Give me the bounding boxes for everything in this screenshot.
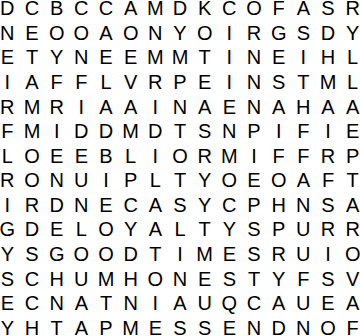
grid-cell[interactable]: M <box>118 315 143 336</box>
grid-cell[interactable]: M <box>168 45 193 70</box>
grid-cell[interactable]: U <box>291 242 316 267</box>
grid-cell[interactable]: C <box>217 193 242 218</box>
grid-cell[interactable]: A <box>20 70 45 95</box>
grid-cell[interactable]: E <box>143 315 168 336</box>
grid-cell[interactable]: H <box>20 315 45 336</box>
grid-cell[interactable]: O <box>44 21 69 46</box>
grid-cell[interactable]: L <box>118 143 143 168</box>
grid-cell[interactable]: O <box>20 143 45 168</box>
grid-cell[interactable]: E <box>340 119 360 144</box>
grid-cell[interactable]: F <box>291 143 316 168</box>
grid-cell[interactable]: I <box>143 291 168 316</box>
grid-cell[interactable]: P <box>340 143 360 168</box>
grid-cell[interactable]: G <box>0 217 20 242</box>
grid-cell[interactable]: A <box>94 94 119 119</box>
grid-cell[interactable]: T <box>94 291 119 316</box>
grid-cell[interactable]: N <box>291 193 316 218</box>
grid-cell[interactable]: O <box>94 242 119 267</box>
grid-cell[interactable]: N <box>118 291 143 316</box>
grid-cell[interactable]: N <box>44 291 69 316</box>
grid-cell[interactable]: E <box>266 45 291 70</box>
grid-cell[interactable]: E <box>0 45 20 70</box>
grid-cell[interactable]: O <box>316 315 341 336</box>
grid-cell[interactable]: P <box>242 119 267 144</box>
grid-cell[interactable]: S <box>242 217 267 242</box>
grid-cell[interactable]: A <box>291 0 316 21</box>
grid-cell[interactable]: N <box>69 45 94 70</box>
grid-cell[interactable]: O <box>118 21 143 46</box>
grid-cell[interactable]: Y <box>217 217 242 242</box>
grid-cell[interactable]: A <box>340 193 360 218</box>
grid-cell[interactable]: H <box>316 45 341 70</box>
grid-cell[interactable]: I <box>266 119 291 144</box>
grid-cell[interactable]: A <box>316 94 341 119</box>
grid-cell[interactable]: T <box>143 242 168 267</box>
grid-cell[interactable]: I <box>242 143 267 168</box>
grid-cell[interactable]: R <box>0 94 20 119</box>
grid-cell[interactable]: E <box>192 70 217 95</box>
grid-cell[interactable]: L <box>168 217 193 242</box>
grid-cell[interactable]: O <box>242 0 267 21</box>
grid-cell[interactable]: N <box>242 70 267 95</box>
grid-cell[interactable]: V <box>340 266 360 291</box>
grid-cell[interactable]: L <box>0 143 20 168</box>
grid-cell[interactable]: I <box>0 193 20 218</box>
grid-cell[interactable]: M <box>20 94 45 119</box>
grid-cell[interactable]: Y <box>266 266 291 291</box>
grid-cell[interactable]: P <box>118 168 143 193</box>
grid-cell[interactable]: D <box>118 242 143 267</box>
grid-cell[interactable]: C <box>69 0 94 21</box>
grid-cell[interactable]: M <box>143 45 168 70</box>
grid-cell[interactable]: I <box>291 45 316 70</box>
grid-cell[interactable]: Y <box>168 21 193 46</box>
grid-cell[interactable]: L <box>143 168 168 193</box>
grid-cell[interactable]: N <box>69 193 94 218</box>
grid-cell[interactable]: M <box>20 119 45 144</box>
grid-cell[interactable]: O <box>143 266 168 291</box>
grid-cell[interactable]: I <box>217 45 242 70</box>
grid-cell[interactable]: A <box>69 291 94 316</box>
grid-cell[interactable]: I <box>94 168 119 193</box>
grid-cell[interactable]: E <box>94 193 119 218</box>
grid-cell[interactable]: T <box>44 315 69 336</box>
grid-cell[interactable]: D <box>266 315 291 336</box>
grid-cell[interactable]: L <box>94 70 119 95</box>
grid-cell[interactable]: T <box>192 45 217 70</box>
grid-cell[interactable]: T <box>20 45 45 70</box>
grid-cell[interactable]: O <box>168 143 193 168</box>
grid-cell[interactable]: A <box>340 291 360 316</box>
grid-cell[interactable]: D <box>94 119 119 144</box>
grid-cell[interactable]: O <box>69 21 94 46</box>
word-search-grid: DCBCCAMDKCOFASRNEOOAONYOIRGSDYETYNEEMMTI… <box>0 0 360 336</box>
grid-cell[interactable]: N <box>217 119 242 144</box>
grid-cell[interactable]: V <box>118 70 143 95</box>
grid-cell[interactable]: D <box>143 119 168 144</box>
grid-cell[interactable]: H <box>266 193 291 218</box>
grid-cell[interactable]: E <box>94 45 119 70</box>
grid-cell[interactable]: Y <box>340 21 360 46</box>
grid-cell[interactable]: A <box>291 168 316 193</box>
grid-cell[interactable]: T <box>340 168 360 193</box>
grid-cell[interactable]: S <box>242 242 267 267</box>
grid-cell[interactable]: N <box>242 94 267 119</box>
grid-cell[interactable]: I <box>44 119 69 144</box>
grid-cell[interactable]: R <box>143 70 168 95</box>
grid-cell[interactable]: O <box>217 168 242 193</box>
grid-cell[interactable]: G <box>266 21 291 46</box>
grid-cell[interactable]: I <box>316 119 341 144</box>
grid-cell[interactable]: A <box>143 217 168 242</box>
grid-cell[interactable]: F <box>266 143 291 168</box>
grid-cell[interactable]: E <box>44 143 69 168</box>
grid-cell[interactable]: E <box>0 291 20 316</box>
grid-cell[interactable]: E <box>217 94 242 119</box>
grid-cell[interactable]: G <box>44 242 69 267</box>
grid-cell[interactable]: M <box>217 143 242 168</box>
grid-cell[interactable]: Y <box>0 315 20 336</box>
grid-cell[interactable]: R <box>340 217 360 242</box>
grid-cell[interactable]: I <box>217 70 242 95</box>
grid-cell[interactable]: P <box>242 193 267 218</box>
grid-cell[interactable]: Y <box>192 193 217 218</box>
grid-cell[interactable]: S <box>316 193 341 218</box>
grid-cell[interactable]: N <box>143 21 168 46</box>
grid-cell[interactable]: E <box>118 45 143 70</box>
grid-cell[interactable]: T <box>168 168 193 193</box>
grid-cell[interactable]: A <box>118 94 143 119</box>
grid-cell[interactable]: B <box>44 0 69 21</box>
grid-cell[interactable]: O <box>192 21 217 46</box>
grid-cell[interactable]: F <box>266 0 291 21</box>
grid-cell[interactable]: R <box>0 168 20 193</box>
grid-cell[interactable]: N <box>168 94 193 119</box>
grid-cell[interactable]: E <box>242 168 267 193</box>
grid-cell[interactable]: S <box>20 242 45 267</box>
grid-cell[interactable]: A <box>192 94 217 119</box>
grid-cell[interactable]: R <box>266 242 291 267</box>
grid-cell[interactable]: F <box>69 70 94 95</box>
grid-cell[interactable]: D <box>316 21 341 46</box>
grid-cell[interactable]: P <box>168 70 193 95</box>
grid-cell[interactable]: D <box>69 119 94 144</box>
grid-cell[interactable]: O <box>20 168 45 193</box>
grid-cell[interactable]: C <box>94 0 119 21</box>
grid-cell[interactable]: Y <box>118 217 143 242</box>
grid-cell[interactable]: A <box>118 0 143 21</box>
grid-cell[interactable]: F <box>316 168 341 193</box>
grid-cell[interactable]: S <box>316 0 341 21</box>
grid-cell[interactable]: F <box>340 315 360 336</box>
grid-cell[interactable]: A <box>266 94 291 119</box>
grid-cell[interactable]: S <box>168 193 193 218</box>
grid-cell[interactable]: C <box>217 0 242 21</box>
grid-cell[interactable]: N <box>0 21 20 46</box>
grid-cell[interactable]: D <box>0 0 20 21</box>
grid-cell[interactable]: A <box>69 315 94 336</box>
grid-cell[interactable]: I <box>316 242 341 267</box>
grid-cell[interactable]: S <box>266 70 291 95</box>
grid-cell[interactable]: L <box>340 45 360 70</box>
grid-cell[interactable]: H <box>118 266 143 291</box>
grid-cell[interactable]: R <box>192 143 217 168</box>
grid-cell[interactable]: E <box>192 266 217 291</box>
grid-cell[interactable]: E <box>217 315 242 336</box>
grid-cell[interactable]: R <box>316 143 341 168</box>
grid-cell[interactable]: U <box>69 266 94 291</box>
grid-cell[interactable]: S <box>291 21 316 46</box>
grid-cell[interactable]: U <box>291 217 316 242</box>
grid-cell[interactable]: R <box>340 0 360 21</box>
grid-cell[interactable]: O <box>266 168 291 193</box>
grid-cell[interactable]: N <box>44 168 69 193</box>
grid-cell[interactable]: A <box>94 21 119 46</box>
grid-cell[interactable]: L <box>340 70 360 95</box>
grid-cell[interactable]: C <box>20 291 45 316</box>
grid-cell[interactable]: Y <box>192 168 217 193</box>
grid-cell[interactable]: S <box>217 266 242 291</box>
grid-cell[interactable]: N <box>291 315 316 336</box>
grid-cell[interactable]: E <box>69 143 94 168</box>
grid-cell[interactable]: T <box>168 119 193 144</box>
grid-cell[interactable]: F <box>291 266 316 291</box>
grid-cell[interactable]: E <box>20 21 45 46</box>
grid-cell[interactable]: C <box>20 0 45 21</box>
grid-cell[interactable]: M <box>118 119 143 144</box>
grid-cell[interactable]: E <box>316 291 341 316</box>
grid-cell[interactable]: S <box>168 315 193 336</box>
grid-cell[interactable]: R <box>20 193 45 218</box>
grid-cell[interactable]: H <box>291 94 316 119</box>
grid-cell[interactable]: M <box>94 266 119 291</box>
grid-cell[interactable]: A <box>143 193 168 218</box>
grid-cell[interactable]: C <box>20 266 45 291</box>
grid-cell[interactable]: M <box>143 0 168 21</box>
grid-cell[interactable]: O <box>94 217 119 242</box>
grid-cell[interactable]: I <box>143 94 168 119</box>
grid-cell[interactable]: M <box>316 70 341 95</box>
grid-cell[interactable]: I <box>0 70 20 95</box>
grid-cell[interactable]: C <box>242 291 267 316</box>
grid-cell[interactable]: D <box>168 0 193 21</box>
grid-cell[interactable]: T <box>242 266 267 291</box>
grid-cell[interactable]: T <box>291 70 316 95</box>
grid-cell[interactable]: M <box>192 242 217 267</box>
grid-cell[interactable]: F <box>44 70 69 95</box>
grid-cell[interactable]: B <box>94 143 119 168</box>
grid-cell[interactable]: N <box>168 266 193 291</box>
grid-cell[interactable]: S <box>192 119 217 144</box>
grid-cell[interactable]: N <box>242 315 267 336</box>
grid-cell[interactable]: F <box>0 119 20 144</box>
grid-cell[interactable]: I <box>168 242 193 267</box>
grid-cell[interactable]: P <box>94 315 119 336</box>
grid-cell[interactable]: S <box>316 266 341 291</box>
grid-cell[interactable]: I <box>143 143 168 168</box>
grid-cell[interactable]: S <box>192 315 217 336</box>
grid-cell[interactable]: R <box>242 21 267 46</box>
grid-cell[interactable]: A <box>168 291 193 316</box>
grid-cell[interactable]: D <box>20 217 45 242</box>
grid-cell[interactable]: R <box>44 94 69 119</box>
grid-cell[interactable]: C <box>118 193 143 218</box>
grid-cell[interactable]: P <box>266 217 291 242</box>
grid-cell[interactable]: Q <box>217 291 242 316</box>
grid-cell[interactable]: K <box>192 0 217 21</box>
grid-cell[interactable]: N <box>242 45 267 70</box>
grid-cell[interactable]: F <box>291 119 316 144</box>
grid-cell[interactable]: L <box>69 217 94 242</box>
grid-cell[interactable]: A <box>266 291 291 316</box>
grid-cell[interactable]: O <box>69 242 94 267</box>
grid-cell[interactable]: U <box>291 291 316 316</box>
grid-cell[interactable]: U <box>69 168 94 193</box>
grid-cell[interactable]: Y <box>44 45 69 70</box>
grid-cell[interactable]: R <box>316 217 341 242</box>
grid-cell[interactable]: O <box>340 242 360 267</box>
grid-cell[interactable]: I <box>217 21 242 46</box>
grid-cell[interactable]: I <box>69 94 94 119</box>
grid-cell[interactable]: H <box>44 266 69 291</box>
grid-cell[interactable]: E <box>44 217 69 242</box>
grid-cell[interactable]: D <box>44 193 69 218</box>
grid-cell[interactable]: E <box>217 242 242 267</box>
grid-cell[interactable]: U <box>192 291 217 316</box>
grid-cell[interactable]: S <box>0 266 20 291</box>
grid-cell[interactable]: Y <box>0 242 20 267</box>
grid-cell[interactable]: A <box>340 94 360 119</box>
grid-cell[interactable]: T <box>192 217 217 242</box>
